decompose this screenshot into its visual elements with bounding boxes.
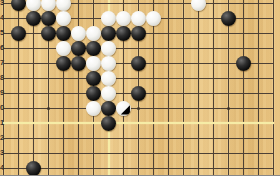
stone-black[interactable] [116, 26, 131, 41]
stone-black[interactable] [86, 86, 101, 101]
stone-black[interactable] [11, 26, 26, 41]
stone-black[interactable] [101, 116, 116, 131]
stone-white[interactable] [146, 11, 161, 26]
stone-black[interactable] [41, 11, 56, 26]
stone-black[interactable] [56, 26, 71, 41]
stone-black[interactable] [101, 26, 116, 41]
stone-black[interactable] [131, 86, 146, 101]
stone-black[interactable] [101, 101, 116, 116]
stone-white[interactable] [56, 41, 71, 56]
stone-black[interactable] [71, 56, 86, 71]
stone-black[interactable] [41, 26, 56, 41]
stone-white[interactable] [101, 71, 116, 86]
stone-white[interactable] [56, 0, 71, 11]
stone-white[interactable] [101, 86, 116, 101]
stone-white[interactable] [86, 101, 101, 116]
stone-white[interactable] [116, 11, 131, 26]
stone-black[interactable] [221, 11, 236, 26]
stone-black[interactable] [86, 41, 101, 56]
go-board[interactable]: 345678901234 [0, 0, 280, 175]
stone-black[interactable] [131, 26, 146, 41]
stone-black[interactable] [26, 161, 41, 176]
stone-white[interactable] [26, 0, 41, 11]
stone-black[interactable] [71, 41, 86, 56]
stone-white[interactable] [86, 56, 101, 71]
stones-layer [0, 0, 280, 175]
stone-white[interactable] [101, 56, 116, 71]
stone-black[interactable] [236, 56, 251, 71]
stone-white[interactable] [131, 11, 146, 26]
stone-black[interactable] [26, 11, 41, 26]
stone-black[interactable] [131, 56, 146, 71]
stone-white[interactable] [56, 11, 71, 26]
stone-white[interactable] [191, 0, 206, 11]
stone-black[interactable] [56, 56, 71, 71]
go-app-window: 345678901234 [0, 0, 280, 175]
stone-white[interactable] [41, 0, 56, 11]
stone-white[interactable] [101, 41, 116, 56]
stone-black[interactable] [11, 0, 26, 11]
stone-black[interactable] [86, 71, 101, 86]
stone-white-last-move[interactable] [116, 101, 131, 116]
stone-white[interactable] [71, 26, 86, 41]
stone-white[interactable] [86, 26, 101, 41]
last-move-triangle-marker-icon [116, 101, 131, 116]
stone-white[interactable] [101, 11, 116, 26]
